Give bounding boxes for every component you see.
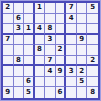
sudoku-board: 2175643148739828724932659568 (1, 1, 100, 100)
cell-r2c7[interactable]: 4 (66, 14, 77, 25)
cell-r5c2[interactable] (14, 45, 25, 56)
cell-r8c2[interactable] (14, 77, 25, 88)
cell-r8c9[interactable] (87, 77, 98, 88)
cell-r9c8[interactable] (77, 87, 88, 98)
cell-r8c4[interactable] (35, 77, 46, 88)
cell-r7c9[interactable] (87, 66, 98, 77)
cell-r6c9[interactable]: 2 (87, 56, 98, 67)
cell-r2c8[interactable] (77, 14, 88, 25)
cell-r4c6[interactable] (56, 35, 67, 46)
cell-r8c6[interactable] (56, 77, 67, 88)
cell-r9c3[interactable]: 5 (24, 87, 35, 98)
cell-r5c9[interactable] (87, 45, 98, 56)
cell-r1c8[interactable] (77, 3, 88, 14)
cell-r7c8[interactable]: 2 (77, 66, 88, 77)
cell-r4c3[interactable] (24, 35, 35, 46)
cell-r4c9[interactable] (87, 35, 98, 46)
cell-r1c4[interactable]: 1 (35, 3, 46, 14)
cell-r4c1[interactable]: 7 (3, 35, 14, 46)
cell-r2c4[interactable] (35, 14, 46, 25)
cell-r3c4[interactable]: 4 (35, 24, 46, 35)
cell-r8c5[interactable] (45, 77, 56, 88)
cell-r7c5[interactable]: 4 (45, 66, 56, 77)
cell-r1c6[interactable] (56, 3, 67, 14)
cell-r9c6[interactable]: 6 (56, 87, 67, 98)
cell-r2c9[interactable] (87, 14, 98, 25)
cell-r6c3[interactable] (24, 56, 35, 67)
cell-r4c2[interactable] (14, 35, 25, 46)
cell-r9c4[interactable] (35, 87, 46, 98)
cell-r1c3[interactable] (24, 3, 35, 14)
cell-r5c5[interactable] (45, 45, 56, 56)
cell-r5c8[interactable] (77, 45, 88, 56)
cell-r6c4[interactable] (35, 56, 46, 67)
cell-r3c5[interactable]: 8 (45, 24, 56, 35)
cell-r8c7[interactable] (66, 77, 77, 88)
cell-r6c2[interactable]: 8 (14, 56, 25, 67)
cell-r7c6[interactable]: 9 (56, 66, 67, 77)
cell-r7c7[interactable]: 3 (66, 66, 77, 77)
cell-r7c2[interactable] (14, 66, 25, 77)
cell-r4c4[interactable] (35, 35, 46, 46)
cell-r8c8[interactable]: 5 (77, 77, 88, 88)
cell-r6c6[interactable] (56, 56, 67, 67)
cell-r1c2[interactable] (14, 3, 25, 14)
cell-r4c5[interactable]: 3 (45, 35, 56, 46)
cell-r7c1[interactable] (3, 66, 14, 77)
cell-r9c7[interactable] (66, 87, 77, 98)
cell-r9c1[interactable]: 9 (3, 87, 14, 98)
cell-r5c6[interactable]: 2 (56, 45, 67, 56)
cell-r9c5[interactable] (45, 87, 56, 98)
cell-r8c1[interactable] (3, 77, 14, 88)
cell-r9c9[interactable]: 8 (87, 87, 98, 98)
cell-r6c5[interactable]: 7 (45, 56, 56, 67)
cell-r3c9[interactable] (87, 24, 98, 35)
cell-r9c2[interactable] (14, 87, 25, 98)
cell-r2c2[interactable]: 6 (14, 14, 25, 25)
cell-r7c3[interactable] (24, 66, 35, 77)
cell-r3c2[interactable]: 3 (14, 24, 25, 35)
cell-r1c5[interactable] (45, 3, 56, 14)
cell-r2c6[interactable] (56, 14, 67, 25)
cell-r5c1[interactable] (3, 45, 14, 56)
cell-r3c3[interactable]: 1 (24, 24, 35, 35)
cell-r2c1[interactable] (3, 14, 14, 25)
cell-r6c7[interactable] (66, 56, 77, 67)
cell-r3c7[interactable] (66, 24, 77, 35)
cell-r2c5[interactable] (45, 14, 56, 25)
cell-r1c7[interactable]: 7 (66, 3, 77, 14)
cell-r8c3[interactable]: 6 (24, 77, 35, 88)
cell-r6c8[interactable] (77, 56, 88, 67)
cell-r3c1[interactable] (3, 24, 14, 35)
cell-r5c7[interactable] (66, 45, 77, 56)
cell-r5c4[interactable]: 8 (35, 45, 46, 56)
cell-r5c3[interactable] (24, 45, 35, 56)
cell-r7c4[interactable] (35, 66, 46, 77)
cell-r6c1[interactable] (3, 56, 14, 67)
cell-r1c1[interactable]: 2 (3, 3, 14, 14)
cell-r4c7[interactable] (66, 35, 77, 46)
cell-r1c9[interactable]: 5 (87, 3, 98, 14)
cell-r2c3[interactable] (24, 14, 35, 25)
cell-r3c8[interactable] (77, 24, 88, 35)
cell-r4c8[interactable]: 9 (77, 35, 88, 46)
cell-r3c6[interactable] (56, 24, 67, 35)
